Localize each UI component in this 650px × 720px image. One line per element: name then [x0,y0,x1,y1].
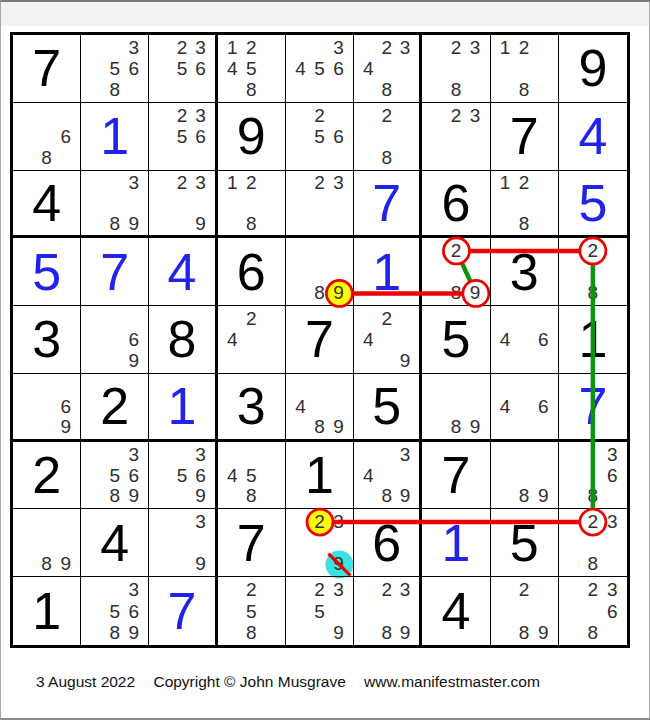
cell-r3c2[interactable]: 389 [81,171,149,239]
pencil-grid: 238 [422,35,489,102]
pencil-mark: 6 [191,126,209,147]
pencil-grid: 2356 [149,35,214,102]
pencil-mark: 8 [37,147,56,168]
pencil-mark: 5 [310,126,329,147]
cell-r5c1[interactable]: 3 [13,306,81,374]
cell-r7c1[interactable]: 2 [13,442,81,510]
pencil-mark: 5 [173,465,191,486]
solved-digit: 1 [81,103,148,170]
cell-r1c7[interactable]: 238 [422,35,490,103]
cell-r8c3[interactable]: 39 [149,509,217,577]
pencil-mark: 9 [534,622,553,643]
cell-r7c4[interactable]: 458 [218,442,286,510]
pencil-grid: 2356 [149,103,214,170]
given-digit: 2 [13,442,80,509]
pencil-mark: 2 [310,173,329,193]
cell-r1c1[interactable]: 7 [13,35,81,103]
cell-r1c8[interactable]: 128 [491,35,559,103]
pencil-mark: 5 [242,465,261,486]
pencil-mark: 6 [124,465,143,486]
given-digit: 9 [218,103,285,170]
pencil-mark: 2 [583,579,602,600]
cell-r5c2[interactable]: 69 [81,306,149,374]
cell-r6c4[interactable]: 3 [218,374,286,442]
solved-digit: 7 [559,374,627,439]
pencil-mark: 8 [242,622,261,643]
cell-r4c8[interactable]: 3 [491,238,559,306]
pencil-grid: 128 [491,35,558,102]
pencil-mark: 8 [378,486,396,507]
pencil-mark: 2 [310,511,329,532]
cell-r2c1[interactable]: 68 [13,103,81,171]
pencil-grid: 89 [422,374,489,439]
cell-r6c6[interactable]: 5 [354,374,422,442]
solved-digit: 4 [149,238,214,305]
cell-r5c5[interactable]: 7 [286,306,354,374]
pencil-grid: 2389 [354,577,419,645]
pencil-mark: 5 [310,58,329,79]
cell-r5c4[interactable]: 24 [218,306,286,374]
solved-digit: 7 [149,577,214,645]
pencil-grid: 28 [354,103,419,170]
pencil-mark: 6 [56,396,75,416]
pencil-mark: 6 [603,465,622,486]
cell-r4c6[interactable]: 1 [354,238,422,306]
given-digit: 1 [559,306,627,373]
cell-r9c5[interactable]: 2359 [286,577,354,645]
pencil-mark: 3 [124,444,143,465]
pencil-grid: 68 [13,103,80,170]
pencil-mark: 5 [105,600,124,621]
footer-date: 3 August 2022 [36,673,135,690]
cell-r4c7[interactable]: 289 [422,238,490,306]
cell-r5c8[interactable]: 46 [491,306,559,374]
given-digit: 3 [491,238,558,305]
pencil-grid: 89 [491,442,558,509]
cell-r3c5[interactable]: 23 [286,171,354,239]
cell-r6c9[interactable]: 7 [559,374,627,442]
given-digit: 1 [13,577,80,645]
cell-r5c9[interactable]: 1 [559,306,627,374]
given-digit: 8 [149,306,214,373]
pencil-mark: 2 [310,579,329,600]
cell-r9c7[interactable]: 4 [422,577,490,645]
pencil-mark: 9 [396,350,414,371]
pencil-mark: 8 [515,486,534,507]
pencil-mark: 8 [310,282,329,303]
title-strip [1,2,649,26]
solved-digit: 1 [354,238,419,305]
footer: 3 August 2022 Copyright © John Musgrave … [36,673,554,691]
given-digit: 3 [13,306,80,373]
pencil-mark: 8 [446,79,465,100]
pencil-mark: 3 [603,444,622,465]
cell-r1c4[interactable]: 12458 [218,35,286,103]
pencil-mark: 2 [242,308,261,329]
cell-grid: 7356823561245834562348238128968123569256… [13,35,627,645]
pencil-mark: 8 [515,79,534,100]
given-digit: 2 [81,374,148,439]
pencil-mark: 9 [329,416,348,436]
pencil-grid: 238 [559,509,627,576]
cell-r1c2[interactable]: 3568 [81,35,149,103]
pencil-grid: 258 [218,577,285,645]
pencil-mark: 8 [242,79,261,100]
cell-r5c6[interactable]: 249 [354,306,422,374]
cell-r4c5[interactable]: 89 [286,238,354,306]
pencil-mark: 2 [173,173,191,193]
cell-r2c9[interactable]: 4 [559,103,627,171]
pencil-grid: 256 [286,103,353,170]
cell-r9c8[interactable]: 289 [491,577,559,645]
pencil-grid: 69 [81,306,148,373]
pencil-mark: 6 [534,396,553,416]
pencil-mark: 9 [329,553,348,574]
cell-r1c6[interactable]: 2348 [354,35,422,103]
page-frame: 7356823561245834562348238128968123569256… [0,0,650,720]
pencil-grid: 3489 [354,442,419,509]
pencil-mark: 2 [583,240,602,261]
given-digit: 7 [13,35,80,102]
pencil-mark: 6 [603,600,622,621]
pencil-mark: 6 [124,329,143,350]
given-digit: 6 [218,238,285,305]
pencil-mark: 9 [465,416,484,436]
pencil-mark: 5 [173,126,191,147]
pencil-grid: 12458 [218,35,285,102]
pencil-mark: 4 [359,465,377,486]
pencil-mark: 3 [191,37,209,58]
pencil-grid: 239 [149,171,214,236]
solved-digit: 1 [422,509,489,576]
cell-r7c8[interactable]: 89 [491,442,559,510]
pencil-grid: 89 [286,238,353,305]
pencil-mark: 3 [191,105,209,126]
pencil-mark: 8 [583,622,602,643]
pencil-mark: 9 [396,486,414,507]
pencil-mark: 4 [359,58,377,79]
pencil-grid: 3456 [286,35,353,102]
pencil-mark: 3 [465,37,484,58]
pencil-mark: 6 [534,329,553,350]
pencil-grid: 489 [286,374,353,439]
pencil-mark: 3 [603,579,622,600]
pencil-mark: 2 [310,105,329,126]
pencil-grid: 3568 [81,35,148,102]
pencil-mark: 6 [329,58,348,79]
given-digit: 7 [422,442,489,509]
pencil-grid: 46 [491,306,558,373]
pencil-grid: 3569 [149,442,214,509]
pencil-grid: 389 [81,171,148,236]
pencil-grid: 239 [286,509,353,576]
pencil-mark: 9 [124,213,143,233]
pencil-mark: 9 [124,350,143,371]
cell-r8c9[interactable]: 238 [559,509,627,577]
pencil-grid: 35689 [81,442,148,509]
pencil-mark: 5 [310,600,329,621]
pencil-mark: 9 [124,486,143,507]
given-digit: 5 [354,374,419,439]
pencil-mark: 4 [223,465,242,486]
cell-r6c2[interactable]: 2 [81,374,149,442]
pencil-mark: 6 [56,126,75,147]
cell-r7c2[interactable]: 35689 [81,442,149,510]
pencil-mark: 1 [496,37,515,58]
given-digit: 7 [218,509,285,576]
pencil-mark: 8 [105,213,124,233]
pencil-mark: 9 [329,622,348,643]
pencil-mark: 8 [105,622,124,643]
pencil-grid: 2348 [354,35,419,102]
pencil-grid: 35689 [81,577,148,645]
pencil-grid: 39 [149,509,214,576]
cell-r7c3[interactable]: 3569 [149,442,217,510]
pencil-mark: 8 [310,416,329,436]
pencil-grid: 23 [286,171,353,236]
pencil-mark: 2 [583,511,602,532]
pencil-grid: 289 [422,238,489,305]
pencil-mark: 2 [378,105,396,126]
cell-r2c5[interactable]: 256 [286,103,354,171]
given-digit: 6 [422,171,489,236]
pencil-mark: 9 [191,213,209,233]
pencil-mark: 2 [515,173,534,193]
solved-digit: 5 [559,171,627,236]
given-digit: 4 [13,171,80,236]
cell-r4c2[interactable]: 7 [81,238,149,306]
pencil-mark: 2 [378,37,396,58]
given-digit: 9 [559,35,627,102]
solved-digit: 7 [81,238,148,305]
cell-r6c5[interactable]: 489 [286,374,354,442]
cell-r6c1[interactable]: 69 [13,374,81,442]
cell-r7c6[interactable]: 3489 [354,442,422,510]
pencil-mark: 8 [515,622,534,643]
pencil-mark: 1 [496,173,515,193]
cell-r2c8[interactable]: 7 [491,103,559,171]
pencil-mark: 2 [515,579,534,600]
cell-r5c7[interactable]: 5 [422,306,490,374]
sudoku-board: 7356823561245834562348238128968123569256… [10,32,630,648]
pencil-mark: 3 [329,37,348,58]
cell-r3c9[interactable]: 5 [559,171,627,239]
pencil-grid: 128 [218,171,285,236]
pencil-mark: 8 [37,553,56,574]
cell-r2c7[interactable]: 23 [422,103,490,171]
cell-r2c2[interactable]: 1 [81,103,149,171]
pencil-mark: 9 [534,486,553,507]
pencil-mark: 9 [396,622,414,643]
solved-digit: 5 [13,238,80,305]
pencil-mark: 5 [173,58,191,79]
pencil-mark: 9 [124,622,143,643]
pencil-mark: 3 [191,511,209,532]
cell-r9c3[interactable]: 7 [149,577,217,645]
pencil-mark: 1 [223,37,242,58]
pencil-mark: 8 [378,79,396,100]
given-digit: 4 [81,509,148,576]
pencil-mark: 8 [242,213,261,233]
pencil-grid: 23 [422,103,489,170]
pencil-mark: 8 [446,282,465,303]
pencil-mark: 6 [124,600,143,621]
cell-r4c1[interactable]: 5 [13,238,81,306]
pencil-mark: 8 [515,213,534,233]
cell-r7c5[interactable]: 1 [286,442,354,510]
cell-r9c2[interactable]: 35689 [81,577,149,645]
solved-digit: 7 [354,171,419,236]
pencil-mark: 2 [515,37,534,58]
cell-r3c7[interactable]: 6 [422,171,490,239]
given-digit: 1 [286,442,353,509]
given-digit: 6 [354,509,419,576]
cell-r1c3[interactable]: 2356 [149,35,217,103]
cell-r9c4[interactable]: 258 [218,577,286,645]
pencil-mark: 2 [378,579,396,600]
pencil-mark: 2 [242,37,261,58]
pencil-mark: 2 [446,37,465,58]
pencil-mark: 8 [105,79,124,100]
cell-r3c1[interactable]: 4 [13,171,81,239]
cell-r8c5[interactable]: 239 [286,509,354,577]
given-digit: 4 [422,577,489,645]
cell-r6c8[interactable]: 46 [491,374,559,442]
pencil-mark: 5 [105,58,124,79]
cell-r5c3[interactable]: 8 [149,306,217,374]
solved-digit: 1 [149,374,214,439]
given-digit: 3 [218,374,285,439]
pencil-mark: 5 [242,600,261,621]
pencil-mark: 4 [359,329,377,350]
pencil-mark: 8 [583,486,602,507]
pencil-mark: 4 [223,58,242,79]
cell-r2c4[interactable]: 9 [218,103,286,171]
cell-r2c6[interactable]: 28 [354,103,422,171]
pencil-grid: 28 [559,238,627,305]
cell-r2c3[interactable]: 2356 [149,103,217,171]
pencil-mark: 6 [191,58,209,79]
cell-r8c7[interactable]: 1 [422,509,490,577]
footer-copyright: Copyright © John Musgrave [153,673,345,690]
pencil-mark: 3 [191,173,209,193]
cell-r1c5[interactable]: 3456 [286,35,354,103]
pencil-mark: 9 [465,282,484,303]
footer-site-url[interactable]: www.manifestmaster.com [364,673,540,690]
pencil-mark: 3 [603,511,622,532]
pencil-mark: 6 [329,126,348,147]
pencil-mark: 9 [191,553,209,574]
pencil-mark: 6 [191,465,209,486]
pencil-mark: 4 [496,396,515,416]
pencil-mark: 8 [583,282,602,303]
cell-r3c6[interactable]: 7 [354,171,422,239]
pencil-mark: 3 [124,173,143,193]
pencil-mark: 4 [223,329,242,350]
pencil-mark: 5 [105,465,124,486]
cell-r3c3[interactable]: 239 [149,171,217,239]
pencil-mark: 3 [396,37,414,58]
pencil-mark: 3 [329,511,348,532]
cell-r8c6[interactable]: 6 [354,509,422,577]
pencil-mark: 6 [124,58,143,79]
pencil-mark: 2 [446,105,465,126]
cell-r7c7[interactable]: 7 [422,442,490,510]
pencil-grid: 128 [491,171,558,236]
given-digit: 5 [422,306,489,373]
pencil-mark: 3 [329,579,348,600]
cell-r6c3[interactable]: 1 [149,374,217,442]
pencil-grid: 89 [13,509,80,576]
pencil-grid: 24 [218,306,285,373]
cell-r8c1[interactable]: 89 [13,509,81,577]
pencil-mark: 8 [378,622,396,643]
cell-r4c4[interactable]: 6 [218,238,286,306]
cell-r3c8[interactable]: 128 [491,171,559,239]
pencil-mark: 4 [291,396,310,416]
pencil-grid: 46 [491,374,558,439]
cell-r3c4[interactable]: 128 [218,171,286,239]
cell-r8c8[interactable]: 5 [491,509,559,577]
pencil-mark: 8 [446,416,465,436]
pencil-mark: 5 [242,58,261,79]
cell-r9c6[interactable]: 2389 [354,577,422,645]
pencil-grid: 2368 [559,577,627,645]
pencil-mark: 3 [124,579,143,600]
pencil-mark: 3 [329,173,348,193]
pencil-mark: 1 [223,173,242,193]
cell-r8c2[interactable]: 4 [81,509,149,577]
pencil-mark: 4 [496,329,515,350]
pencil-mark: 9 [329,282,348,303]
pencil-mark: 8 [105,486,124,507]
given-digit: 5 [491,509,558,576]
cell-r4c3[interactable]: 4 [149,238,217,306]
pencil-grid: 289 [491,577,558,645]
cell-r9c1[interactable]: 1 [13,577,81,645]
pencil-mark: 2 [242,173,261,193]
pencil-grid: 69 [13,374,80,439]
solved-digit: 4 [559,103,627,170]
pencil-mark: 8 [378,147,396,168]
cell-r7c9[interactable]: 368 [559,442,627,510]
cell-r8c4[interactable]: 7 [218,509,286,577]
cell-r4c9[interactable]: 28 [559,238,627,306]
cell-r9c9[interactable]: 2368 [559,577,627,645]
pencil-grid: 2359 [286,577,353,645]
given-digit: 7 [286,306,353,373]
pencil-mark: 3 [396,444,414,465]
cell-r1c9[interactable]: 9 [559,35,627,103]
pencil-mark: 8 [583,553,602,574]
pencil-mark: 4 [291,58,310,79]
pencil-mark: 3 [465,105,484,126]
pencil-grid: 368 [559,442,627,509]
pencil-mark: 2 [378,308,396,329]
cell-r6c7[interactable]: 89 [422,374,490,442]
pencil-mark: 2 [242,579,261,600]
pencil-mark: 9 [56,553,75,574]
pencil-mark: 2 [173,105,191,126]
given-digit: 7 [491,103,558,170]
pencil-mark: 2 [173,37,191,58]
pencil-grid: 458 [218,442,285,509]
pencil-mark: 3 [124,37,143,58]
pencil-grid: 249 [354,306,419,373]
pencil-mark: 8 [242,486,261,507]
pencil-mark: 3 [396,579,414,600]
pencil-mark: 9 [191,486,209,507]
